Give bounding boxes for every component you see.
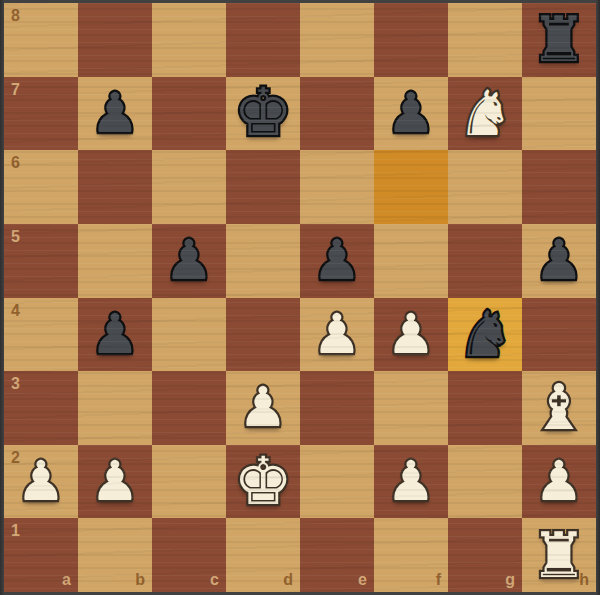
square-f7[interactable]: ♟♟ xyxy=(374,77,448,151)
square-a1[interactable]: 1a xyxy=(4,518,78,592)
piece-black-king[interactable]: ♚♚ xyxy=(233,80,292,146)
square-h6[interactable] xyxy=(522,150,596,224)
file-label-g: g xyxy=(505,572,515,588)
piece-glyph: ♟ xyxy=(534,228,583,292)
square-h4[interactable] xyxy=(522,298,596,372)
file-label-e: e xyxy=(358,572,367,588)
square-g7[interactable]: ♞♞ xyxy=(448,77,522,151)
square-d2[interactable]: ♚♚ xyxy=(226,445,300,519)
rank-label-7: 7 xyxy=(11,82,20,98)
square-a4[interactable]: 4 xyxy=(4,298,78,372)
square-e8[interactable] xyxy=(300,3,374,77)
square-e5[interactable]: ♟♟ xyxy=(300,224,374,298)
square-c3[interactable] xyxy=(152,371,226,445)
piece-glyph: ♟ xyxy=(164,228,213,292)
rank-label-6: 6 xyxy=(11,155,20,171)
square-a6[interactable]: 6 xyxy=(4,150,78,224)
square-b8[interactable] xyxy=(78,3,152,77)
square-d3[interactable]: ♟♟ xyxy=(226,371,300,445)
piece-glyph: ♞ xyxy=(457,77,513,150)
piece-black-knight[interactable]: ♞♞ xyxy=(457,303,513,366)
piece-black-pawn[interactable]: ♟♟ xyxy=(90,86,139,141)
square-g2[interactable] xyxy=(448,445,522,519)
square-c2[interactable] xyxy=(152,445,226,519)
square-e6[interactable] xyxy=(300,150,374,224)
square-d7[interactable]: ♚♚ xyxy=(226,77,300,151)
file-label-d: d xyxy=(283,572,293,588)
file-label-b: b xyxy=(135,572,145,588)
piece-glyph: ♟ xyxy=(386,449,435,513)
square-b1[interactable]: b xyxy=(78,518,152,592)
square-f5[interactable] xyxy=(374,224,448,298)
piece-glyph: ♜ xyxy=(531,3,587,76)
square-a5[interactable]: 5 xyxy=(4,224,78,298)
piece-glyph: ♟ xyxy=(90,449,139,513)
piece-white-pawn[interactable]: ♟♟ xyxy=(90,454,139,509)
chess-board: 8♜♜7♟♟♚♚♟♟♞♞65♟♟♟♟♟♟4♟♟♟♟♟♟♞♞3♟♟♝♝2♟♟♟♟♚… xyxy=(4,3,596,592)
square-c8[interactable] xyxy=(152,3,226,77)
piece-white-king[interactable]: ♚♚ xyxy=(233,449,292,515)
square-d8[interactable] xyxy=(226,3,300,77)
square-b6[interactable] xyxy=(78,150,152,224)
square-h5[interactable]: ♟♟ xyxy=(522,224,596,298)
piece-white-pawn[interactable]: ♟♟ xyxy=(386,454,435,509)
piece-black-pawn[interactable]: ♟♟ xyxy=(164,233,213,288)
square-g5[interactable] xyxy=(448,224,522,298)
square-d5[interactable] xyxy=(226,224,300,298)
piece-glyph: ♟ xyxy=(90,302,139,366)
piece-white-pawn[interactable]: ♟♟ xyxy=(312,307,361,362)
piece-glyph: ♞ xyxy=(457,298,513,371)
piece-glyph: ♟ xyxy=(534,449,583,513)
file-label-h: h xyxy=(579,572,589,588)
square-a3[interactable]: 3 xyxy=(4,371,78,445)
square-h7[interactable] xyxy=(522,77,596,151)
square-h3[interactable]: ♝♝ xyxy=(522,371,596,445)
piece-black-rook[interactable]: ♜♜ xyxy=(531,8,587,71)
file-label-c: c xyxy=(210,572,219,588)
square-b4[interactable]: ♟♟ xyxy=(78,298,152,372)
piece-glyph: ♟ xyxy=(386,302,435,366)
square-b5[interactable] xyxy=(78,224,152,298)
square-f2[interactable]: ♟♟ xyxy=(374,445,448,519)
square-e3[interactable] xyxy=(300,371,374,445)
square-b3[interactable] xyxy=(78,371,152,445)
square-c7[interactable] xyxy=(152,77,226,151)
square-h8[interactable]: ♜♜ xyxy=(522,3,596,77)
square-c6[interactable] xyxy=(152,150,226,224)
square-d6[interactable] xyxy=(226,150,300,224)
square-e7[interactable] xyxy=(300,77,374,151)
square-g4[interactable]: ♞♞ xyxy=(448,298,522,372)
square-e1[interactable]: e xyxy=(300,518,374,592)
square-g3[interactable] xyxy=(448,371,522,445)
rank-label-4: 4 xyxy=(11,303,20,319)
square-a2[interactable]: 2♟♟ xyxy=(4,445,78,519)
rank-label-2: 2 xyxy=(11,450,20,466)
piece-glyph: ♟ xyxy=(90,81,139,145)
piece-glyph: ♟ xyxy=(238,375,287,439)
square-e4[interactable]: ♟♟ xyxy=(300,298,374,372)
rank-label-5: 5 xyxy=(11,229,20,245)
square-b2[interactable]: ♟♟ xyxy=(78,445,152,519)
piece-white-bishop[interactable]: ♝♝ xyxy=(531,376,587,439)
piece-white-pawn[interactable]: ♟♟ xyxy=(238,380,287,435)
rank-label-1: 1 xyxy=(11,523,20,539)
square-c1[interactable]: c xyxy=(152,518,226,592)
piece-glyph: ♝ xyxy=(531,371,587,444)
square-f8[interactable] xyxy=(374,3,448,77)
piece-glyph: ♚ xyxy=(233,74,292,151)
piece-black-pawn[interactable]: ♟♟ xyxy=(386,86,435,141)
piece-white-knight[interactable]: ♞♞ xyxy=(457,82,513,145)
square-h2[interactable]: ♟♟ xyxy=(522,445,596,519)
square-g1[interactable]: g xyxy=(448,518,522,592)
file-label-f: f xyxy=(436,572,441,588)
piece-white-pawn[interactable]: ♟♟ xyxy=(534,454,583,509)
square-d1[interactable]: d xyxy=(226,518,300,592)
rank-label-8: 8 xyxy=(11,8,20,24)
square-c4[interactable] xyxy=(152,298,226,372)
piece-glyph: ♟ xyxy=(312,228,361,292)
square-c5[interactable]: ♟♟ xyxy=(152,224,226,298)
square-h1[interactable]: h♜♜ xyxy=(522,518,596,592)
piece-white-pawn[interactable]: ♟♟ xyxy=(16,454,65,509)
square-b7[interactable]: ♟♟ xyxy=(78,77,152,151)
square-f4[interactable]: ♟♟ xyxy=(374,298,448,372)
square-g8[interactable] xyxy=(448,3,522,77)
piece-black-pawn[interactable]: ♟♟ xyxy=(90,307,139,362)
piece-glyph: ♚ xyxy=(233,443,292,520)
piece-glyph: ♟ xyxy=(312,302,361,366)
piece-black-pawn[interactable]: ♟♟ xyxy=(312,233,361,288)
square-a8[interactable]: 8 xyxy=(4,3,78,77)
piece-glyph: ♟ xyxy=(16,449,65,513)
piece-glyph: ♟ xyxy=(386,81,435,145)
file-label-a: a xyxy=(62,572,71,588)
square-f6[interactable] xyxy=(374,150,448,224)
rank-label-3: 3 xyxy=(11,376,20,392)
square-g6[interactable] xyxy=(448,150,522,224)
square-d4[interactable] xyxy=(226,298,300,372)
piece-black-pawn[interactable]: ♟♟ xyxy=(534,233,583,288)
square-f1[interactable]: f xyxy=(374,518,448,592)
square-a7[interactable]: 7 xyxy=(4,77,78,151)
square-e2[interactable] xyxy=(300,445,374,519)
square-f3[interactable] xyxy=(374,371,448,445)
chess-app-window: 8♜♜7♟♟♚♚♟♟♞♞65♟♟♟♟♟♟4♟♟♟♟♟♟♞♞3♟♟♝♝2♟♟♟♟♚… xyxy=(0,0,600,595)
piece-white-pawn[interactable]: ♟♟ xyxy=(386,307,435,362)
